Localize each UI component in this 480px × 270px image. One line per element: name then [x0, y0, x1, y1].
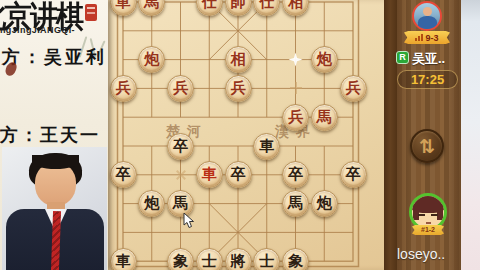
black-player-rank-badge: #1-2 [412, 225, 444, 235]
photo-face [35, 163, 76, 206]
avatar-eye [418, 214, 425, 216]
piece-black-士[interactable]: 士 [196, 248, 223, 270]
record-text: 9-3 [425, 33, 438, 43]
red-seal-stamp-icon [85, 4, 97, 21]
board-wood-frame [384, 0, 397, 270]
stats-bars-icon [415, 34, 423, 41]
photo-fringe [32, 155, 79, 169]
black-player-caption: 方：王天一 [0, 123, 108, 147]
avatar-mouth [426, 222, 431, 224]
channel-logo-romanization: ingJingJIANGQI- [0, 25, 75, 35]
xiangqi-board[interactable]: 楚河 漢界 車馬仕帥仕相炮相炮兵兵兵兵兵馬車卒車卒卒卒卒炮馬馬炮車象士將士象 [106, 0, 398, 270]
piece-red-車[interactable]: 車 [196, 161, 223, 188]
piece-red-兵[interactable]: 兵 [167, 75, 194, 102]
black-player-photo [2, 147, 107, 270]
red-player-caption: 方：吴亚利 [2, 45, 108, 69]
piece-black-卒[interactable]: 卒 [340, 161, 367, 188]
piece-black-炮[interactable]: 炮 [311, 190, 338, 217]
piece-red-兵[interactable]: 兵 [282, 104, 309, 131]
piece-red-兵[interactable]: 兵 [340, 75, 367, 102]
avatar-head [423, 7, 432, 16]
piece-black-象[interactable]: 象 [167, 248, 194, 270]
swap-arrows-icon: ⇅ [419, 135, 435, 158]
avatar-shirt [418, 16, 437, 30]
red-side-badge: R [396, 51, 409, 64]
red-player-name[interactable]: 吴亚.. [412, 50, 445, 68]
black-player-name[interactable]: loseyo.. [397, 246, 445, 262]
piece-red-兵[interactable]: 兵 [110, 75, 137, 102]
board-grid-lines [106, 0, 398, 270]
piece-black-象[interactable]: 象 [282, 248, 309, 270]
piece-red-兵[interactable]: 兵 [225, 75, 252, 102]
red-player-record-banner: 9-3 [404, 31, 450, 44]
piece-black-車[interactable]: 車 [253, 133, 280, 160]
piece-black-馬[interactable]: 馬 [282, 190, 309, 217]
piece-red-炮[interactable]: 炮 [311, 46, 338, 73]
piece-red-馬[interactable]: 馬 [311, 104, 338, 131]
piece-red-相[interactable]: 相 [225, 46, 252, 73]
piece-black-將[interactable]: 將 [225, 248, 252, 270]
xiangqi-stream-screen: 楚河 漢界 車馬仕帥仕相炮相炮兵兵兵兵兵馬車卒車卒卒卒卒炮馬馬炮車象士將士象 北… [0, 0, 480, 270]
piece-black-卒[interactable]: 卒 [167, 133, 194, 160]
avatar-hair-side [413, 204, 419, 220]
swap-sides-button[interactable]: ⇅ [410, 129, 444, 163]
red-player-avatar[interactable] [412, 1, 442, 31]
piece-black-車[interactable]: 車 [110, 248, 137, 270]
piece-black-卒[interactable]: 卒 [225, 161, 252, 188]
mouse-cursor-icon [183, 213, 197, 229]
commentary-side-panel: 北京讲棋 ingJingJIANGQI- 方：吴亚利 方：王天一 [0, 0, 108, 270]
avatar-hair-side [437, 204, 443, 220]
page-background-strip [461, 0, 480, 270]
red-player-timer: 17:25 [397, 70, 458, 89]
avatar-eye [431, 214, 438, 216]
piece-black-卒[interactable]: 卒 [110, 161, 137, 188]
